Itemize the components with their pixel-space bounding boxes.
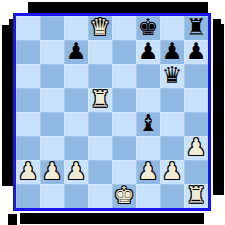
square-e8[interactable] bbox=[112, 16, 136, 40]
square-g4[interactable] bbox=[160, 112, 184, 136]
square-c7[interactable]: ♟ bbox=[64, 40, 88, 64]
white-rook-h1[interactable]: ♜ bbox=[186, 184, 207, 207]
square-b5[interactable] bbox=[40, 88, 64, 112]
square-f3[interactable] bbox=[136, 136, 160, 160]
square-e4[interactable] bbox=[112, 112, 136, 136]
square-h2[interactable] bbox=[184, 160, 208, 184]
square-d8[interactable]: ♛ bbox=[88, 16, 112, 40]
chess-board: ♛♚♜♟♟♟♟♛♜♝♟♟♟♟♟♟♚♜ bbox=[13, 13, 211, 211]
square-b2[interactable]: ♟ bbox=[40, 160, 64, 184]
square-e3[interactable] bbox=[112, 136, 136, 160]
square-f2[interactable]: ♟ bbox=[136, 160, 160, 184]
board-shadow-corner-bottom-left bbox=[8, 214, 17, 225]
black-pawn-f7[interactable]: ♟ bbox=[138, 40, 159, 63]
square-d7[interactable] bbox=[88, 40, 112, 64]
white-pawn-g2[interactable]: ♟ bbox=[162, 160, 183, 183]
board-shadow-bar-top bbox=[28, 2, 208, 13]
square-a1[interactable] bbox=[16, 184, 40, 208]
square-h4[interactable] bbox=[184, 112, 208, 136]
white-pawn-b2[interactable]: ♟ bbox=[42, 160, 63, 183]
square-f8[interactable]: ♚ bbox=[136, 16, 160, 40]
square-a3[interactable] bbox=[16, 136, 40, 160]
square-e5[interactable] bbox=[112, 88, 136, 112]
square-b8[interactable] bbox=[40, 16, 64, 40]
square-a4[interactable] bbox=[16, 112, 40, 136]
board-shadow-bar-right bbox=[213, 24, 224, 195]
square-f5[interactable] bbox=[136, 88, 160, 112]
square-c6[interactable] bbox=[64, 64, 88, 88]
square-c3[interactable] bbox=[64, 136, 88, 160]
square-e1[interactable]: ♚ bbox=[112, 184, 136, 208]
square-c4[interactable] bbox=[64, 112, 88, 136]
square-g8[interactable] bbox=[160, 16, 184, 40]
square-a2[interactable]: ♟ bbox=[16, 160, 40, 184]
square-g5[interactable] bbox=[160, 88, 184, 112]
square-a7[interactable] bbox=[16, 40, 40, 64]
square-h3[interactable]: ♟ bbox=[184, 136, 208, 160]
square-h6[interactable] bbox=[184, 64, 208, 88]
square-c5[interactable] bbox=[64, 88, 88, 112]
black-king-f8[interactable]: ♚ bbox=[138, 16, 159, 39]
square-a8[interactable] bbox=[16, 16, 40, 40]
square-f4[interactable]: ♝ bbox=[136, 112, 160, 136]
square-d3[interactable] bbox=[88, 136, 112, 160]
white-rook-d5[interactable]: ♜ bbox=[90, 88, 111, 111]
square-g6[interactable]: ♛ bbox=[160, 64, 184, 88]
board-shadow-bar-bottom bbox=[20, 213, 204, 224]
square-b4[interactable] bbox=[40, 112, 64, 136]
black-pawn-h7[interactable]: ♟ bbox=[186, 40, 207, 63]
square-a6[interactable] bbox=[16, 64, 40, 88]
square-h5[interactable] bbox=[184, 88, 208, 112]
square-d6[interactable] bbox=[88, 64, 112, 88]
black-bishop-f4[interactable]: ♝ bbox=[138, 112, 159, 135]
square-d1[interactable] bbox=[88, 184, 112, 208]
square-d4[interactable] bbox=[88, 112, 112, 136]
square-b6[interactable] bbox=[40, 64, 64, 88]
square-b1[interactable] bbox=[40, 184, 64, 208]
square-g3[interactable] bbox=[160, 136, 184, 160]
square-c2[interactable]: ♟ bbox=[64, 160, 88, 184]
square-e6[interactable] bbox=[112, 64, 136, 88]
white-pawn-h3[interactable]: ♟ bbox=[186, 136, 207, 159]
square-h8[interactable]: ♜ bbox=[184, 16, 208, 40]
white-pawn-f2[interactable]: ♟ bbox=[138, 160, 159, 183]
square-h1[interactable]: ♜ bbox=[184, 184, 208, 208]
square-d2[interactable] bbox=[88, 160, 112, 184]
black-rook-h8[interactable]: ♜ bbox=[186, 16, 207, 39]
chess-board-grid: ♛♚♜♟♟♟♟♛♜♝♟♟♟♟♟♟♚♜ bbox=[16, 16, 208, 208]
white-pawn-a2[interactable]: ♟ bbox=[18, 160, 39, 183]
square-g2[interactable]: ♟ bbox=[160, 160, 184, 184]
square-e7[interactable] bbox=[112, 40, 136, 64]
square-d5[interactable]: ♜ bbox=[88, 88, 112, 112]
square-g7[interactable]: ♟ bbox=[160, 40, 184, 64]
black-pawn-g7[interactable]: ♟ bbox=[162, 40, 183, 63]
square-f1[interactable] bbox=[136, 184, 160, 208]
black-pawn-c7[interactable]: ♟ bbox=[66, 40, 87, 63]
black-queen-g6[interactable]: ♛ bbox=[162, 64, 183, 87]
white-pawn-c2[interactable]: ♟ bbox=[66, 160, 87, 183]
square-f6[interactable] bbox=[136, 64, 160, 88]
square-c1[interactable] bbox=[64, 184, 88, 208]
square-b3[interactable] bbox=[40, 136, 64, 160]
board-shadow-corner-top-right bbox=[213, 19, 221, 25]
board-shadow-bar-left bbox=[2, 25, 13, 186]
white-king-e1[interactable]: ♚ bbox=[114, 184, 135, 207]
white-queen-d8[interactable]: ♛ bbox=[90, 16, 111, 39]
square-f7[interactable]: ♟ bbox=[136, 40, 160, 64]
square-a5[interactable] bbox=[16, 88, 40, 112]
square-e2[interactable] bbox=[112, 160, 136, 184]
square-c8[interactable] bbox=[64, 16, 88, 40]
square-h7[interactable]: ♟ bbox=[184, 40, 208, 64]
square-b7[interactable] bbox=[40, 40, 64, 64]
page-background: ♛♚♜♟♟♟♟♛♜♝♟♟♟♟♟♟♚♜ bbox=[0, 0, 225, 225]
square-g1[interactable] bbox=[160, 184, 184, 208]
